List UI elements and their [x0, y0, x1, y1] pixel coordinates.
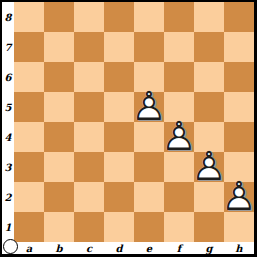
piece-white-pawn: ♟ [164, 121, 194, 151]
square-c5[interactable] [74, 92, 104, 122]
square-f5[interactable] [164, 92, 194, 122]
square-c1[interactable] [74, 212, 104, 242]
piece-white-pawn-outline: ♙ [164, 121, 194, 151]
file-label-a: a [14, 242, 44, 254]
square-f3[interactable] [164, 152, 194, 182]
square-d5[interactable] [104, 92, 134, 122]
file-label-b: b [44, 242, 74, 254]
square-b1[interactable] [44, 212, 74, 242]
square-d4[interactable] [104, 122, 134, 152]
chess-diagram: ♟♙♟♙♟♙♟♙ 87654321 abcdefgh [0, 0, 257, 257]
rank-labels: 87654321 [2, 2, 14, 242]
square-b3[interactable] [44, 152, 74, 182]
square-g3[interactable]: ♟♙ [194, 152, 224, 182]
square-e3[interactable] [134, 152, 164, 182]
square-d1[interactable] [104, 212, 134, 242]
square-h3[interactable] [224, 152, 254, 182]
square-b6[interactable] [44, 62, 74, 92]
square-c3[interactable] [74, 152, 104, 182]
square-a6[interactable] [14, 62, 44, 92]
square-d8[interactable] [104, 2, 134, 32]
square-e5[interactable]: ♟♙ [134, 92, 164, 122]
square-e2[interactable] [134, 182, 164, 212]
square-h4[interactable] [224, 122, 254, 152]
file-label-e: e [134, 242, 164, 254]
piece-white-pawn: ♟ [224, 181, 254, 211]
piece-white-pawn-outline: ♙ [224, 181, 254, 211]
rank-label-7: 7 [2, 32, 14, 62]
white-to-move-indicator [3, 239, 18, 254]
square-e8[interactable] [134, 2, 164, 32]
diagram-margin: ♟♙♟♙♟♙♟♙ 87654321 abcdefgh [2, 2, 254, 254]
piece-white-pawn: ♟ [134, 91, 164, 121]
square-f7[interactable] [164, 32, 194, 62]
piece-white-pawn-outline: ♙ [134, 91, 164, 121]
rank-label-1: 1 [2, 212, 14, 242]
square-g6[interactable] [194, 62, 224, 92]
square-d7[interactable] [104, 32, 134, 62]
square-c4[interactable] [74, 122, 104, 152]
square-e6[interactable] [134, 62, 164, 92]
square-c8[interactable] [74, 2, 104, 32]
square-a4[interactable] [14, 122, 44, 152]
square-b2[interactable] [44, 182, 74, 212]
square-c2[interactable] [74, 182, 104, 212]
file-label-f: f [164, 242, 194, 254]
square-f6[interactable] [164, 62, 194, 92]
square-f4[interactable]: ♟♙ [164, 122, 194, 152]
rank-label-5: 5 [2, 92, 14, 122]
square-g4[interactable] [194, 122, 224, 152]
square-a2[interactable] [14, 182, 44, 212]
file-label-h: h [224, 242, 254, 254]
square-g8[interactable] [194, 2, 224, 32]
square-d2[interactable] [104, 182, 134, 212]
piece-white-pawn-outline: ♙ [194, 151, 224, 181]
rank-label-3: 3 [2, 152, 14, 182]
square-g7[interactable] [194, 32, 224, 62]
square-f2[interactable] [164, 182, 194, 212]
square-e1[interactable] [134, 212, 164, 242]
square-h5[interactable] [224, 92, 254, 122]
square-e4[interactable] [134, 122, 164, 152]
square-a1[interactable] [14, 212, 44, 242]
rank-label-6: 6 [2, 62, 14, 92]
square-b5[interactable] [44, 92, 74, 122]
square-c6[interactable] [74, 62, 104, 92]
file-label-c: c [74, 242, 104, 254]
square-g5[interactable] [194, 92, 224, 122]
square-d6[interactable] [104, 62, 134, 92]
square-h2[interactable]: ♟♙ [224, 182, 254, 212]
square-b4[interactable] [44, 122, 74, 152]
file-label-d: d [104, 242, 134, 254]
square-a3[interactable] [14, 152, 44, 182]
square-g1[interactable] [194, 212, 224, 242]
square-e7[interactable] [134, 32, 164, 62]
rank-label-8: 8 [2, 2, 14, 32]
rank-label-2: 2 [2, 182, 14, 212]
square-h6[interactable] [224, 62, 254, 92]
square-f8[interactable] [164, 2, 194, 32]
square-c7[interactable] [74, 32, 104, 62]
square-a5[interactable] [14, 92, 44, 122]
square-h8[interactable] [224, 2, 254, 32]
square-b8[interactable] [44, 2, 74, 32]
chess-board: ♟♙♟♙♟♙♟♙ [14, 2, 254, 242]
rank-label-4: 4 [2, 122, 14, 152]
square-h7[interactable] [224, 32, 254, 62]
square-g2[interactable] [194, 182, 224, 212]
square-b7[interactable] [44, 32, 74, 62]
square-a7[interactable] [14, 32, 44, 62]
square-h1[interactable] [224, 212, 254, 242]
square-f1[interactable] [164, 212, 194, 242]
file-labels: abcdefgh [14, 242, 254, 254]
square-d3[interactable] [104, 152, 134, 182]
piece-white-pawn: ♟ [194, 151, 224, 181]
file-label-g: g [194, 242, 224, 254]
square-a8[interactable] [14, 2, 44, 32]
